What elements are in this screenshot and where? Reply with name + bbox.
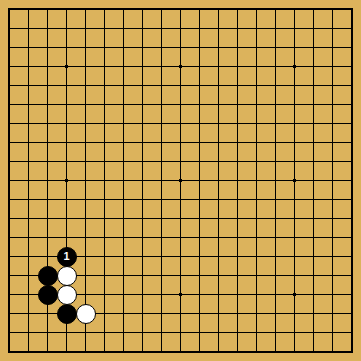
intersection[interactable] xyxy=(114,38,133,57)
intersection[interactable] xyxy=(114,0,133,19)
intersection[interactable] xyxy=(171,0,190,19)
intersection[interactable] xyxy=(323,190,342,209)
intersection[interactable] xyxy=(266,171,285,190)
intersection[interactable] xyxy=(114,114,133,133)
intersection[interactable] xyxy=(19,266,38,285)
intersection[interactable] xyxy=(171,190,190,209)
intersection[interactable] xyxy=(133,190,152,209)
intersection[interactable] xyxy=(342,152,361,171)
intersection[interactable] xyxy=(114,342,133,361)
intersection[interactable] xyxy=(209,38,228,57)
intersection[interactable] xyxy=(228,342,247,361)
intersection[interactable] xyxy=(266,190,285,209)
intersection[interactable] xyxy=(190,323,209,342)
intersection[interactable] xyxy=(76,38,95,57)
intersection[interactable] xyxy=(209,19,228,38)
intersection[interactable] xyxy=(342,228,361,247)
intersection[interactable] xyxy=(304,95,323,114)
intersection[interactable] xyxy=(38,133,57,152)
intersection[interactable] xyxy=(57,209,76,228)
intersection[interactable] xyxy=(57,57,76,76)
intersection[interactable] xyxy=(171,171,190,190)
intersection[interactable] xyxy=(285,228,304,247)
intersection[interactable] xyxy=(323,76,342,95)
intersection[interactable] xyxy=(190,19,209,38)
intersection[interactable] xyxy=(171,19,190,38)
intersection[interactable] xyxy=(0,76,19,95)
intersection[interactable] xyxy=(152,228,171,247)
intersection[interactable] xyxy=(133,38,152,57)
intersection[interactable] xyxy=(19,228,38,247)
intersection[interactable] xyxy=(133,171,152,190)
intersection[interactable] xyxy=(342,247,361,266)
intersection[interactable] xyxy=(266,247,285,266)
intersection[interactable] xyxy=(190,0,209,19)
intersection[interactable] xyxy=(285,304,304,323)
intersection[interactable] xyxy=(0,152,19,171)
intersection[interactable] xyxy=(95,285,114,304)
intersection[interactable] xyxy=(304,19,323,38)
intersection[interactable] xyxy=(190,114,209,133)
intersection[interactable] xyxy=(76,133,95,152)
intersection[interactable] xyxy=(95,266,114,285)
intersection[interactable] xyxy=(190,209,209,228)
intersection[interactable] xyxy=(76,57,95,76)
intersection[interactable] xyxy=(190,342,209,361)
intersection[interactable] xyxy=(342,304,361,323)
intersection[interactable] xyxy=(266,152,285,171)
intersection[interactable] xyxy=(323,152,342,171)
intersection[interactable] xyxy=(209,228,228,247)
intersection[interactable] xyxy=(171,76,190,95)
intersection[interactable] xyxy=(95,57,114,76)
intersection[interactable] xyxy=(228,228,247,247)
intersection[interactable] xyxy=(95,19,114,38)
intersection[interactable] xyxy=(171,323,190,342)
intersection[interactable] xyxy=(152,38,171,57)
intersection[interactable] xyxy=(57,266,76,285)
intersection[interactable] xyxy=(171,209,190,228)
intersection[interactable] xyxy=(285,133,304,152)
intersection[interactable] xyxy=(114,57,133,76)
intersection[interactable] xyxy=(190,152,209,171)
intersection[interactable] xyxy=(304,304,323,323)
intersection[interactable] xyxy=(114,76,133,95)
intersection[interactable] xyxy=(133,57,152,76)
intersection[interactable] xyxy=(19,209,38,228)
intersection[interactable] xyxy=(133,266,152,285)
intersection[interactable] xyxy=(133,342,152,361)
intersection[interactable] xyxy=(95,247,114,266)
intersection[interactable] xyxy=(76,266,95,285)
intersection[interactable] xyxy=(57,19,76,38)
intersection[interactable] xyxy=(190,304,209,323)
intersection[interactable] xyxy=(152,266,171,285)
intersection[interactable] xyxy=(38,266,57,285)
intersection[interactable] xyxy=(323,133,342,152)
intersection[interactable] xyxy=(190,76,209,95)
intersection[interactable] xyxy=(152,323,171,342)
intersection[interactable] xyxy=(171,247,190,266)
intersection[interactable] xyxy=(228,152,247,171)
intersection[interactable] xyxy=(133,228,152,247)
intersection[interactable] xyxy=(266,285,285,304)
intersection[interactable] xyxy=(114,247,133,266)
intersection[interactable] xyxy=(57,95,76,114)
intersection[interactable] xyxy=(247,342,266,361)
intersection[interactable] xyxy=(38,285,57,304)
intersection[interactable] xyxy=(133,285,152,304)
intersection[interactable] xyxy=(76,323,95,342)
intersection[interactable] xyxy=(0,19,19,38)
intersection[interactable] xyxy=(266,323,285,342)
intersection[interactable] xyxy=(304,76,323,95)
intersection[interactable] xyxy=(19,342,38,361)
intersection[interactable] xyxy=(285,209,304,228)
intersection[interactable] xyxy=(152,133,171,152)
intersection[interactable] xyxy=(228,304,247,323)
intersection[interactable] xyxy=(152,247,171,266)
intersection[interactable] xyxy=(228,209,247,228)
intersection[interactable] xyxy=(190,247,209,266)
intersection[interactable] xyxy=(95,171,114,190)
intersection[interactable] xyxy=(190,266,209,285)
intersection[interactable] xyxy=(57,228,76,247)
intersection[interactable] xyxy=(342,342,361,361)
intersection[interactable] xyxy=(152,190,171,209)
intersection[interactable] xyxy=(152,95,171,114)
intersection[interactable] xyxy=(171,342,190,361)
intersection[interactable] xyxy=(342,190,361,209)
intersection[interactable] xyxy=(209,76,228,95)
intersection[interactable] xyxy=(209,190,228,209)
intersection[interactable] xyxy=(171,114,190,133)
intersection[interactable] xyxy=(285,95,304,114)
intersection[interactable] xyxy=(190,285,209,304)
intersection[interactable] xyxy=(342,38,361,57)
intersection[interactable] xyxy=(133,304,152,323)
intersection[interactable] xyxy=(95,190,114,209)
intersection[interactable] xyxy=(247,95,266,114)
intersection[interactable] xyxy=(38,152,57,171)
intersection[interactable] xyxy=(76,285,95,304)
intersection[interactable] xyxy=(171,95,190,114)
intersection[interactable] xyxy=(304,38,323,57)
intersection[interactable] xyxy=(342,76,361,95)
intersection[interactable] xyxy=(57,0,76,19)
intersection[interactable] xyxy=(76,228,95,247)
intersection[interactable] xyxy=(190,228,209,247)
intersection[interactable] xyxy=(209,304,228,323)
intersection[interactable] xyxy=(95,133,114,152)
intersection[interactable] xyxy=(95,0,114,19)
intersection[interactable] xyxy=(19,133,38,152)
intersection[interactable] xyxy=(304,133,323,152)
intersection[interactable] xyxy=(304,247,323,266)
intersection[interactable] xyxy=(95,304,114,323)
intersection[interactable] xyxy=(228,133,247,152)
intersection[interactable] xyxy=(152,304,171,323)
intersection[interactable] xyxy=(152,57,171,76)
intersection[interactable] xyxy=(19,0,38,19)
intersection[interactable] xyxy=(152,171,171,190)
intersection[interactable] xyxy=(152,114,171,133)
intersection[interactable] xyxy=(114,171,133,190)
intersection[interactable] xyxy=(266,19,285,38)
intersection[interactable] xyxy=(247,228,266,247)
intersection[interactable] xyxy=(19,19,38,38)
intersection[interactable] xyxy=(95,76,114,95)
intersection[interactable] xyxy=(95,228,114,247)
intersection[interactable] xyxy=(285,57,304,76)
intersection[interactable] xyxy=(304,190,323,209)
intersection[interactable] xyxy=(38,0,57,19)
intersection[interactable] xyxy=(38,57,57,76)
intersection[interactable] xyxy=(228,0,247,19)
intersection[interactable] xyxy=(190,190,209,209)
intersection[interactable] xyxy=(0,57,19,76)
intersection[interactable] xyxy=(76,190,95,209)
intersection[interactable] xyxy=(57,190,76,209)
intersection[interactable] xyxy=(304,342,323,361)
intersection[interactable] xyxy=(285,285,304,304)
intersection[interactable] xyxy=(133,209,152,228)
intersection[interactable] xyxy=(0,323,19,342)
intersection[interactable] xyxy=(0,285,19,304)
intersection[interactable] xyxy=(304,0,323,19)
intersection[interactable] xyxy=(133,0,152,19)
intersection[interactable] xyxy=(285,247,304,266)
intersection[interactable] xyxy=(342,266,361,285)
intersection[interactable] xyxy=(171,285,190,304)
intersection[interactable] xyxy=(0,171,19,190)
intersection[interactable] xyxy=(95,38,114,57)
intersection[interactable] xyxy=(285,266,304,285)
intersection[interactable] xyxy=(323,19,342,38)
intersection[interactable] xyxy=(114,228,133,247)
intersection[interactable] xyxy=(171,152,190,171)
intersection[interactable] xyxy=(342,19,361,38)
intersection[interactable] xyxy=(57,38,76,57)
intersection[interactable] xyxy=(228,285,247,304)
intersection[interactable] xyxy=(38,323,57,342)
intersection[interactable] xyxy=(247,38,266,57)
intersection[interactable] xyxy=(19,114,38,133)
intersection[interactable] xyxy=(0,95,19,114)
intersection[interactable] xyxy=(266,209,285,228)
intersection[interactable] xyxy=(76,76,95,95)
intersection[interactable] xyxy=(323,342,342,361)
intersection[interactable] xyxy=(209,57,228,76)
intersection[interactable] xyxy=(38,228,57,247)
intersection[interactable] xyxy=(19,152,38,171)
intersection[interactable] xyxy=(76,19,95,38)
intersection[interactable] xyxy=(342,323,361,342)
intersection[interactable] xyxy=(152,76,171,95)
intersection[interactable] xyxy=(152,342,171,361)
intersection[interactable] xyxy=(190,171,209,190)
intersection[interactable] xyxy=(228,95,247,114)
intersection[interactable] xyxy=(95,342,114,361)
intersection[interactable] xyxy=(0,38,19,57)
intersection[interactable] xyxy=(19,304,38,323)
intersection[interactable] xyxy=(76,114,95,133)
intersection[interactable] xyxy=(323,114,342,133)
intersection[interactable] xyxy=(323,228,342,247)
intersection[interactable] xyxy=(285,323,304,342)
intersection[interactable] xyxy=(323,209,342,228)
intersection[interactable] xyxy=(266,133,285,152)
intersection[interactable] xyxy=(76,95,95,114)
intersection[interactable] xyxy=(247,209,266,228)
intersection[interactable] xyxy=(171,304,190,323)
intersection[interactable] xyxy=(152,0,171,19)
intersection[interactable] xyxy=(57,342,76,361)
intersection[interactable] xyxy=(342,133,361,152)
intersection[interactable] xyxy=(342,57,361,76)
intersection[interactable] xyxy=(57,76,76,95)
intersection[interactable] xyxy=(19,190,38,209)
intersection[interactable] xyxy=(95,152,114,171)
intersection[interactable] xyxy=(304,152,323,171)
intersection[interactable] xyxy=(266,114,285,133)
intersection[interactable] xyxy=(38,342,57,361)
intersection[interactable] xyxy=(323,171,342,190)
intersection[interactable] xyxy=(228,57,247,76)
intersection[interactable] xyxy=(228,38,247,57)
intersection[interactable] xyxy=(285,0,304,19)
intersection[interactable] xyxy=(304,57,323,76)
intersection[interactable] xyxy=(114,285,133,304)
intersection[interactable] xyxy=(19,76,38,95)
intersection[interactable] xyxy=(133,19,152,38)
intersection[interactable] xyxy=(171,38,190,57)
intersection[interactable] xyxy=(266,266,285,285)
intersection[interactable] xyxy=(247,266,266,285)
intersection[interactable] xyxy=(114,133,133,152)
intersection[interactable] xyxy=(57,247,76,266)
intersection[interactable] xyxy=(114,266,133,285)
intersection[interactable] xyxy=(323,323,342,342)
intersection[interactable] xyxy=(342,114,361,133)
intersection[interactable] xyxy=(247,152,266,171)
intersection[interactable] xyxy=(247,171,266,190)
intersection[interactable] xyxy=(285,19,304,38)
intersection[interactable] xyxy=(114,304,133,323)
intersection[interactable] xyxy=(133,247,152,266)
intersection[interactable] xyxy=(342,209,361,228)
intersection[interactable] xyxy=(57,285,76,304)
intersection[interactable] xyxy=(171,133,190,152)
intersection[interactable] xyxy=(152,285,171,304)
intersection[interactable] xyxy=(209,285,228,304)
intersection[interactable] xyxy=(57,152,76,171)
intersection[interactable] xyxy=(285,342,304,361)
intersection[interactable] xyxy=(228,190,247,209)
intersection[interactable] xyxy=(323,266,342,285)
intersection[interactable] xyxy=(19,323,38,342)
intersection[interactable] xyxy=(247,19,266,38)
intersection[interactable] xyxy=(285,114,304,133)
intersection[interactable] xyxy=(19,171,38,190)
intersection[interactable] xyxy=(38,209,57,228)
intersection[interactable] xyxy=(209,152,228,171)
intersection[interactable] xyxy=(323,57,342,76)
intersection[interactable] xyxy=(247,114,266,133)
intersection[interactable] xyxy=(285,38,304,57)
intersection[interactable] xyxy=(247,0,266,19)
intersection[interactable] xyxy=(57,114,76,133)
intersection[interactable] xyxy=(76,209,95,228)
intersection[interactable] xyxy=(19,95,38,114)
intersection[interactable] xyxy=(0,304,19,323)
intersection[interactable] xyxy=(76,247,95,266)
intersection[interactable] xyxy=(304,266,323,285)
intersection[interactable] xyxy=(266,76,285,95)
intersection[interactable] xyxy=(342,171,361,190)
intersection[interactable] xyxy=(133,323,152,342)
intersection[interactable] xyxy=(57,304,76,323)
intersection[interactable] xyxy=(190,133,209,152)
intersection[interactable] xyxy=(209,342,228,361)
intersection[interactable] xyxy=(247,247,266,266)
intersection[interactable] xyxy=(133,114,152,133)
intersection[interactable] xyxy=(114,152,133,171)
intersection[interactable] xyxy=(114,19,133,38)
intersection[interactable] xyxy=(323,38,342,57)
intersection[interactable] xyxy=(209,323,228,342)
intersection[interactable] xyxy=(0,228,19,247)
intersection[interactable] xyxy=(171,266,190,285)
intersection[interactable] xyxy=(228,76,247,95)
intersection[interactable] xyxy=(228,247,247,266)
intersection[interactable] xyxy=(228,323,247,342)
intersection[interactable] xyxy=(57,133,76,152)
intersection[interactable] xyxy=(152,152,171,171)
intersection[interactable] xyxy=(114,323,133,342)
intersection[interactable] xyxy=(38,304,57,323)
intersection[interactable] xyxy=(38,76,57,95)
intersection[interactable] xyxy=(114,95,133,114)
intersection[interactable] xyxy=(247,323,266,342)
intersection[interactable] xyxy=(304,285,323,304)
intersection[interactable] xyxy=(133,76,152,95)
intersection[interactable] xyxy=(342,0,361,19)
intersection[interactable] xyxy=(95,323,114,342)
intersection[interactable] xyxy=(209,247,228,266)
intersection[interactable] xyxy=(285,76,304,95)
intersection[interactable] xyxy=(304,209,323,228)
intersection[interactable] xyxy=(0,190,19,209)
intersection[interactable] xyxy=(228,266,247,285)
intersection[interactable] xyxy=(323,0,342,19)
intersection[interactable] xyxy=(152,209,171,228)
intersection[interactable] xyxy=(266,228,285,247)
intersection[interactable] xyxy=(0,209,19,228)
intersection[interactable] xyxy=(171,228,190,247)
intersection[interactable] xyxy=(266,38,285,57)
intersection[interactable] xyxy=(228,171,247,190)
intersection[interactable] xyxy=(266,95,285,114)
intersection[interactable] xyxy=(38,95,57,114)
intersection[interactable] xyxy=(266,57,285,76)
intersection[interactable] xyxy=(38,171,57,190)
intersection[interactable] xyxy=(285,152,304,171)
intersection[interactable] xyxy=(228,114,247,133)
intersection[interactable] xyxy=(190,95,209,114)
intersection[interactable] xyxy=(304,323,323,342)
intersection[interactable] xyxy=(76,152,95,171)
